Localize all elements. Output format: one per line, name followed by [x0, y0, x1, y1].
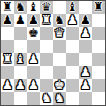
square-b3[interactable] — [14, 66, 27, 79]
square-h6[interactable] — [92, 27, 105, 40]
square-e3[interactable] — [53, 66, 66, 79]
square-a8[interactable]: ♜ — [1, 1, 14, 14]
piece-white-rook: ♜ — [41, 14, 52, 27]
square-c2[interactable]: ♟ — [27, 79, 40, 92]
piece-white-rook: ♜ — [2, 53, 13, 66]
piece-black-pawn: ♟ — [2, 14, 13, 27]
square-h2[interactable] — [92, 79, 105, 92]
piece-white-pawn: ♟ — [80, 27, 91, 40]
square-b7[interactable]: ♟ — [14, 14, 27, 27]
piece-white-pawn: ♟ — [67, 14, 78, 27]
square-g1[interactable] — [79, 92, 92, 105]
square-g5[interactable] — [79, 40, 92, 53]
piece-black-bishop: ♝ — [28, 1, 39, 14]
square-d6[interactable] — [40, 27, 53, 40]
square-d2[interactable] — [40, 79, 53, 92]
square-a4[interactable]: ♜ — [1, 53, 14, 66]
piece-black-pawn: ♟ — [80, 14, 91, 27]
piece-white-pawn: ♟ — [80, 66, 91, 79]
square-h8[interactable]: ♜ — [92, 1, 105, 14]
square-f6[interactable] — [66, 27, 79, 40]
piece-black-rook: ♜ — [2, 1, 13, 14]
chess-board: ♜♞♝♛♝♜♟♟♟♜♞♟♟♚♛♟♜♝♟♟♟♟♟♚♟♞♞ — [1, 1, 105, 105]
piece-white-pawn: ♟ — [15, 79, 26, 92]
square-a5[interactable] — [1, 40, 14, 53]
square-d7[interactable]: ♜ — [40, 14, 53, 27]
square-h3[interactable] — [92, 66, 105, 79]
square-a7[interactable]: ♟ — [1, 14, 14, 27]
square-f2[interactable] — [66, 79, 79, 92]
piece-black-king: ♚ — [28, 27, 39, 40]
square-f4[interactable] — [66, 53, 79, 66]
square-e6[interactable]: ♛ — [53, 27, 66, 40]
piece-black-knight: ♞ — [15, 1, 26, 14]
square-e1[interactable]: ♞ — [53, 92, 66, 105]
square-e4[interactable] — [53, 53, 66, 66]
square-f5[interactable] — [66, 40, 79, 53]
square-b5[interactable] — [14, 40, 27, 53]
square-d3[interactable] — [40, 66, 53, 79]
square-h7[interactable] — [92, 14, 105, 27]
piece-white-bishop: ♝ — [15, 53, 26, 66]
square-c4[interactable]: ♟ — [27, 53, 40, 66]
piece-black-bishop: ♝ — [67, 1, 78, 14]
square-g6[interactable]: ♟ — [79, 27, 92, 40]
square-g2[interactable]: ♟ — [79, 79, 92, 92]
square-a3[interactable] — [1, 66, 14, 79]
piece-white-pawn: ♟ — [28, 53, 39, 66]
piece-white-knight: ♞ — [54, 92, 65, 105]
square-c7[interactable]: ♟ — [27, 14, 40, 27]
square-f7[interactable]: ♟ — [66, 14, 79, 27]
square-a1[interactable] — [1, 92, 14, 105]
square-f3[interactable] — [66, 66, 79, 79]
square-b4[interactable]: ♝ — [14, 53, 27, 66]
square-d1[interactable]: ♞ — [40, 92, 53, 105]
piece-black-pawn: ♟ — [15, 14, 26, 27]
square-d5[interactable] — [40, 40, 53, 53]
square-d4[interactable] — [40, 53, 53, 66]
square-e2[interactable]: ♚ — [53, 79, 66, 92]
square-h1[interactable] — [92, 92, 105, 105]
piece-black-pawn: ♟ — [28, 14, 39, 27]
square-c1[interactable] — [27, 92, 40, 105]
square-h4[interactable] — [92, 53, 105, 66]
square-g3[interactable]: ♟ — [79, 66, 92, 79]
piece-white-pawn: ♟ — [28, 79, 39, 92]
square-f1[interactable] — [66, 92, 79, 105]
piece-white-king: ♚ — [54, 79, 65, 92]
square-c3[interactable] — [27, 66, 40, 79]
square-g8[interactable] — [79, 1, 92, 14]
square-b1[interactable] — [14, 92, 27, 105]
square-b2[interactable]: ♟ — [14, 79, 27, 92]
piece-white-knight: ♞ — [41, 92, 52, 105]
square-f8[interactable]: ♝ — [66, 1, 79, 14]
square-c8[interactable]: ♝ — [27, 1, 40, 14]
square-g7[interactable]: ♟ — [79, 14, 92, 27]
piece-white-pawn: ♟ — [2, 79, 13, 92]
square-e5[interactable] — [53, 40, 66, 53]
square-a2[interactable]: ♟ — [1, 79, 14, 92]
piece-black-rook: ♜ — [93, 1, 104, 14]
square-e8[interactable] — [53, 1, 66, 14]
square-a6[interactable] — [1, 27, 14, 40]
square-b8[interactable]: ♞ — [14, 1, 27, 14]
piece-white-queen: ♛ — [54, 27, 65, 40]
piece-white-pawn: ♟ — [80, 79, 91, 92]
square-c5[interactable] — [27, 40, 40, 53]
piece-black-knight: ♞ — [54, 14, 65, 27]
square-e7[interactable]: ♞ — [53, 14, 66, 27]
square-h5[interactable] — [92, 40, 105, 53]
square-g4[interactable] — [79, 53, 92, 66]
piece-black-queen: ♛ — [41, 1, 52, 14]
square-c6[interactable]: ♚ — [27, 27, 40, 40]
chess-board-frame: ♜♞♝♛♝♜♟♟♟♜♞♟♟♚♛♟♜♝♟♟♟♟♟♚♟♞♞ — [0, 0, 106, 106]
square-b6[interactable] — [14, 27, 27, 40]
square-d8[interactable]: ♛ — [40, 1, 53, 14]
